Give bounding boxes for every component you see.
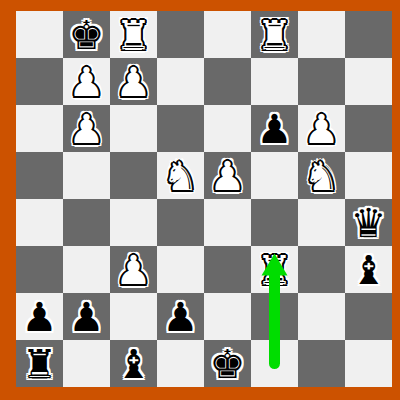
piece-white-knight-g5[interactable]: ♞: [298, 152, 345, 199]
square-g3[interactable]: [298, 246, 345, 293]
piece-white-pawn-b6[interactable]: ♟: [63, 105, 110, 152]
piece-black-pawn-b2[interactable]: ♟: [63, 293, 110, 340]
square-d1[interactable]: [157, 340, 204, 387]
square-d6[interactable]: [157, 105, 204, 152]
square-a1[interactable]: ♜: [16, 340, 63, 387]
square-b1[interactable]: [63, 340, 110, 387]
square-e5[interactable]: ♟: [204, 152, 251, 199]
board-frame: ♚♜♜♟♟♟♟♟♞♟♞♛♟♜♝♟♟♟♜♝♚: [0, 0, 400, 400]
square-e3[interactable]: [204, 246, 251, 293]
square-b6[interactable]: ♟: [63, 105, 110, 152]
square-h4[interactable]: ♛: [345, 199, 392, 246]
square-c8[interactable]: ♜: [110, 11, 157, 58]
square-c2[interactable]: [110, 293, 157, 340]
square-g7[interactable]: [298, 58, 345, 105]
square-c6[interactable]: [110, 105, 157, 152]
square-c3[interactable]: ♟: [110, 246, 157, 293]
square-d3[interactable]: [157, 246, 204, 293]
square-f5[interactable]: [251, 152, 298, 199]
square-h7[interactable]: [345, 58, 392, 105]
square-h8[interactable]: [345, 11, 392, 58]
square-e7[interactable]: [204, 58, 251, 105]
piece-black-king-e1[interactable]: ♚: [204, 340, 251, 387]
piece-white-pawn-c3[interactable]: ♟: [110, 246, 157, 293]
chess-board: ♚♜♜♟♟♟♟♟♞♟♞♛♟♜♝♟♟♟♜♝♚: [16, 11, 392, 387]
square-f8[interactable]: ♜: [251, 11, 298, 58]
square-a5[interactable]: [16, 152, 63, 199]
piece-black-bishop-h3[interactable]: ♝: [345, 246, 392, 293]
square-c5[interactable]: [110, 152, 157, 199]
square-b8[interactable]: ♚: [63, 11, 110, 58]
piece-black-pawn-d2[interactable]: ♟: [157, 293, 204, 340]
piece-black-pawn-a2[interactable]: ♟: [16, 293, 63, 340]
square-b7[interactable]: ♟: [63, 58, 110, 105]
square-a2[interactable]: ♟: [16, 293, 63, 340]
square-e4[interactable]: [204, 199, 251, 246]
piece-black-pawn-f6[interactable]: ♟: [251, 105, 298, 152]
square-g8[interactable]: [298, 11, 345, 58]
square-c1[interactable]: ♝: [110, 340, 157, 387]
square-a8[interactable]: [16, 11, 63, 58]
piece-white-pawn-e5[interactable]: ♟: [204, 152, 251, 199]
square-h5[interactable]: [345, 152, 392, 199]
piece-black-king-b8[interactable]: ♚: [63, 11, 110, 58]
piece-white-rook-f3[interactable]: ♜: [251, 246, 298, 293]
square-d7[interactable]: [157, 58, 204, 105]
square-e8[interactable]: [204, 11, 251, 58]
piece-white-knight-d5[interactable]: ♞: [157, 152, 204, 199]
square-h2[interactable]: [345, 293, 392, 340]
piece-black-rook-a1[interactable]: ♜: [16, 340, 63, 387]
square-g2[interactable]: [298, 293, 345, 340]
piece-white-pawn-c7[interactable]: ♟: [110, 58, 157, 105]
square-a3[interactable]: [16, 246, 63, 293]
square-g5[interactable]: ♞: [298, 152, 345, 199]
square-f6[interactable]: ♟: [251, 105, 298, 152]
piece-black-bishop-c1[interactable]: ♝: [110, 340, 157, 387]
square-e6[interactable]: [204, 105, 251, 152]
square-d2[interactable]: ♟: [157, 293, 204, 340]
square-c7[interactable]: ♟: [110, 58, 157, 105]
square-g4[interactable]: [298, 199, 345, 246]
square-b5[interactable]: [63, 152, 110, 199]
square-f1[interactable]: [251, 340, 298, 387]
square-e2[interactable]: [204, 293, 251, 340]
square-g6[interactable]: ♟: [298, 105, 345, 152]
square-d8[interactable]: [157, 11, 204, 58]
piece-white-pawn-b7[interactable]: ♟: [63, 58, 110, 105]
square-d4[interactable]: [157, 199, 204, 246]
piece-white-pawn-g6[interactable]: ♟: [298, 105, 345, 152]
square-b2[interactable]: ♟: [63, 293, 110, 340]
square-f2[interactable]: [251, 293, 298, 340]
piece-white-rook-f8[interactable]: ♜: [251, 11, 298, 58]
square-f3[interactable]: ♜: [251, 246, 298, 293]
square-f7[interactable]: [251, 58, 298, 105]
square-a7[interactable]: [16, 58, 63, 105]
square-a4[interactable]: [16, 199, 63, 246]
square-a6[interactable]: [16, 105, 63, 152]
piece-white-rook-c8[interactable]: ♜: [110, 11, 157, 58]
square-b3[interactable]: [63, 246, 110, 293]
square-h6[interactable]: [345, 105, 392, 152]
square-h3[interactable]: ♝: [345, 246, 392, 293]
square-b4[interactable]: [63, 199, 110, 246]
piece-black-queen-h4[interactable]: ♛: [345, 199, 392, 246]
square-h1[interactable]: [345, 340, 392, 387]
square-f4[interactable]: [251, 199, 298, 246]
square-e1[interactable]: ♚: [204, 340, 251, 387]
square-d5[interactable]: ♞: [157, 152, 204, 199]
square-g1[interactable]: [298, 340, 345, 387]
square-c4[interactable]: [110, 199, 157, 246]
